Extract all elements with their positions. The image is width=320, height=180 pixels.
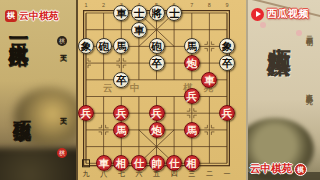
video-title: 大师棋路: [265, 28, 292, 144]
play-icon: [251, 8, 264, 21]
brand-seal-icon: 棋: [5, 10, 17, 22]
piece-red[interactable]: 仕: [131, 155, 147, 171]
footer-brand-name: 云中棋苑: [250, 162, 292, 176]
xiangqi-board: 123456789 九八七六五四三二一 云中棋苑 車士將士車象砲馬砲馬象卒炮卒卒…: [78, 0, 246, 180]
piece-black[interactable]: 砲: [149, 38, 165, 54]
piece-black[interactable]: 卒: [113, 72, 129, 88]
side-note-original: 云中原创: [304, 30, 314, 34]
brand-name: 云中棋苑: [19, 9, 59, 23]
piece-red[interactable]: 相: [113, 155, 129, 171]
piece-black[interactable]: 卒: [149, 55, 165, 71]
piece-red[interactable]: 帥: [149, 155, 165, 171]
piece-black[interactable]: 馬: [113, 38, 129, 54]
piece-red[interactable]: 炮: [184, 55, 200, 71]
piece-black[interactable]: 士: [166, 5, 182, 21]
platform-name: 西瓜视频: [267, 7, 309, 21]
piece-black[interactable]: 砲: [96, 38, 112, 54]
right-panel: 西瓜视频 大师棋路 云中原创 盗版必究 云中棋苑 棋: [246, 0, 320, 180]
piece-red[interactable]: 兵: [149, 105, 165, 121]
piece-red[interactable]: 車: [96, 155, 112, 171]
author-seal-icon: 棋: [57, 36, 67, 46]
author-name-bottom: 王天一: [58, 112, 68, 115]
footer-brand-row: 云中棋苑 棋: [250, 162, 307, 176]
piece-black[interactable]: 車: [113, 5, 129, 21]
footer-seal-icon: 棋: [294, 163, 307, 176]
piece-red[interactable]: 仕: [166, 155, 182, 171]
piece-black[interactable]: 馬: [184, 38, 200, 54]
side-note-copyright: 盗版必究: [304, 88, 314, 92]
author-red-seal-icon: 棋: [57, 148, 67, 158]
series-title: 天一棋路: [9, 27, 29, 109]
piece-red[interactable]: 車: [201, 72, 217, 88]
piece-red[interactable]: 兵: [113, 105, 129, 121]
piece-red[interactable]: 兵: [78, 105, 94, 121]
platform-logo-row: 西瓜视频: [251, 7, 309, 21]
thumbnail-stage: 棋 云中棋苑 天一棋路 棋 王天一 巧攻锐形 王天一 棋 123456789 九…: [0, 0, 320, 180]
piece-black[interactable]: 卒: [219, 55, 235, 71]
piece-red[interactable]: 兵: [219, 105, 235, 121]
plum-petal-icon: [296, 30, 302, 36]
piece-red[interactable]: 炮: [149, 122, 165, 138]
piece-black[interactable]: 象: [219, 38, 235, 54]
piece-black[interactable]: 士: [131, 5, 147, 21]
piece-grid: 車士將士車象砲馬砲馬象卒炮卒卒車兵兵兵兵兵馬炮馬車相仕帥仕相: [77, 5, 236, 172]
author-name-top: 王天一: [58, 49, 68, 52]
piece-black[interactable]: 象: [78, 38, 94, 54]
piece-red[interactable]: 兵: [184, 88, 200, 104]
piece-black[interactable]: 將: [149, 5, 165, 21]
piece-red[interactable]: 馬: [184, 122, 200, 138]
piece-red[interactable]: 馬: [113, 122, 129, 138]
episode-subtitle: 巧攻锐形: [10, 106, 34, 180]
piece-red[interactable]: 相: [184, 155, 200, 171]
piece-black[interactable]: 車: [131, 22, 147, 38]
left-panel: 棋 云中棋苑 天一棋路 棋 王天一 巧攻锐形 王天一 棋: [0, 0, 78, 180]
brand-row: 棋 云中棋苑: [5, 9, 59, 23]
